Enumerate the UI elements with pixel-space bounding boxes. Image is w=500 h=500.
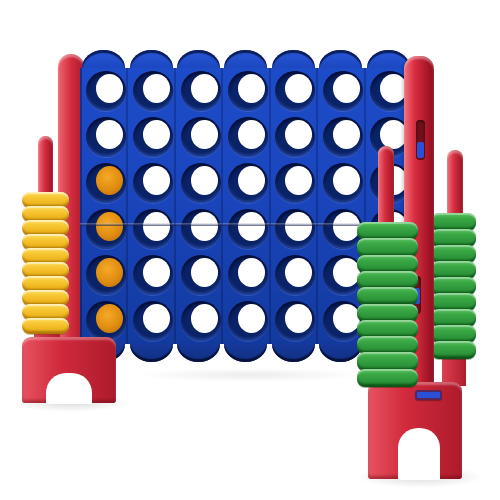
latch-blue [417,142,424,158]
board-hole [133,71,173,111]
board-hole [181,117,221,157]
board-cell [224,68,271,114]
board-cell [224,114,271,160]
board-cell [272,252,319,298]
board-scallop [272,50,315,68]
board-cell [319,68,366,114]
stored-disc-green [357,238,418,256]
column-divider [269,68,271,344]
column-divider [174,68,176,344]
board-hole [133,301,173,341]
board-hole [86,255,126,295]
column-divider [126,68,128,344]
board-hole [275,301,315,341]
board-cell [224,160,271,206]
board-hole [275,71,315,111]
board-cell [129,252,176,298]
board-hole [181,209,221,249]
board-hole [228,209,268,249]
board-cell [129,114,176,160]
board-cell [82,68,129,114]
board-cell [272,160,319,206]
green-disc-stack-rear [431,213,476,359]
board-cell [129,206,176,252]
post-slot [416,120,425,160]
board-hole [228,163,268,203]
board-hole [323,117,363,157]
board-cell [224,298,271,344]
foot-latch-blue [415,390,442,400]
board-hole [133,117,173,157]
board-hole [275,255,315,295]
board-hole [181,71,221,111]
stored-disc-yellow [22,318,69,334]
board-cell [177,298,224,344]
board-cell [177,252,224,298]
board-scallop [177,50,220,68]
board-cell [224,252,271,298]
board-scallop [224,50,267,68]
right-front-disc-peg [378,146,394,226]
board-hole [86,301,126,341]
board-hole [228,71,268,111]
board-hole [323,71,363,111]
board-hole [86,163,126,203]
board-cell [319,114,366,160]
board-hole [228,301,268,341]
right-rear-disc-peg [447,150,463,220]
board-hole [86,117,126,157]
left-disc-peg [38,136,53,200]
board-hole [181,255,221,295]
board-cell [82,160,129,206]
board-cell [129,160,176,206]
connect-four-product-photo [0,0,500,500]
stored-disc-green [357,352,418,370]
column-divider [221,68,223,344]
board-cell [129,68,176,114]
board-hole [86,71,126,111]
right-foot [368,382,462,479]
board-hole [228,117,268,157]
board-hole [181,301,221,341]
board-hole [133,255,173,295]
board-hole [275,163,315,203]
board-hole [323,163,363,203]
board-hole [228,255,268,295]
board-hole [275,209,315,249]
board-cell [272,68,319,114]
board-cell [129,298,176,344]
board-hole [181,163,221,203]
board-scallop [177,344,220,362]
board-scallop [130,344,173,362]
board-cell [272,114,319,160]
column-divider [316,68,318,344]
board-cell [272,206,319,252]
board-hole [275,117,315,157]
board-cell [177,206,224,252]
board-scallop [319,344,362,362]
stored-disc-green [431,341,476,359]
board-top-scallops [80,50,412,68]
board-cell [82,206,129,252]
board-hole [133,163,173,203]
stored-disc-green [357,287,418,305]
board-hole [133,209,173,249]
green-disc-stack-front [357,222,418,387]
board-cell [177,68,224,114]
board-scallop [319,50,362,68]
board-cell [272,298,319,344]
stored-disc-green [357,369,418,387]
floor-shadow [135,368,365,382]
board-cell [177,160,224,206]
board-cell [224,206,271,252]
board-cell [82,114,129,160]
board-hole [86,209,126,249]
board-cell [82,252,129,298]
board-cell [319,160,366,206]
board-scallop [130,50,173,68]
left-foot [22,337,116,403]
board-scallop [82,50,125,68]
board-cell [177,114,224,160]
yellow-disc-stack [22,192,69,334]
board-scallop [224,344,267,362]
board-scallop [272,344,315,362]
